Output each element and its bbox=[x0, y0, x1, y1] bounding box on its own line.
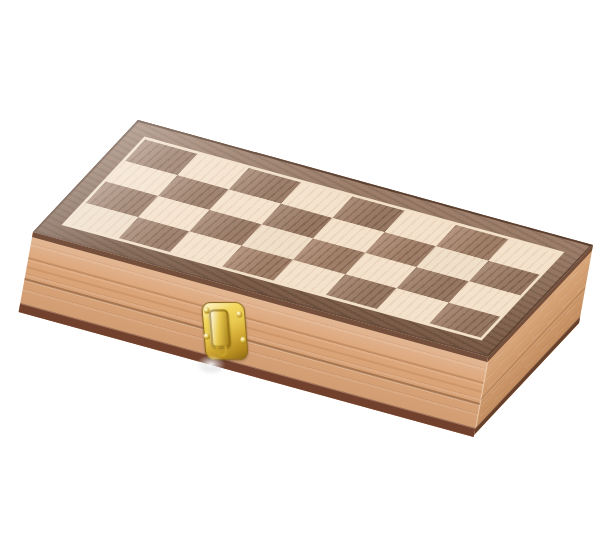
clasp-screw bbox=[204, 333, 210, 339]
clasp-hasp bbox=[208, 309, 231, 347]
chess-box-photo bbox=[0, 0, 600, 550]
brass-clasp bbox=[197, 300, 253, 367]
clasp-screw bbox=[240, 337, 246, 343]
clasp-screw bbox=[236, 311, 242, 317]
